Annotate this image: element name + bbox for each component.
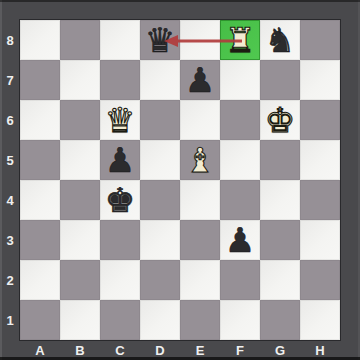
square-e2[interactable]: [180, 260, 220, 300]
square-b6[interactable]: [60, 100, 100, 140]
square-h7[interactable]: [300, 60, 340, 100]
square-h2[interactable]: [300, 260, 340, 300]
file-label-b: B: [60, 340, 100, 360]
square-b4[interactable]: [60, 180, 100, 220]
black-pawn[interactable]: ♟: [225, 220, 255, 260]
square-f5[interactable]: [220, 140, 260, 180]
square-e1[interactable]: [180, 300, 220, 340]
square-d7[interactable]: [140, 60, 180, 100]
square-e3[interactable]: [180, 220, 220, 260]
square-a4[interactable]: [20, 180, 60, 220]
square-c5[interactable]: ♟: [100, 140, 140, 180]
square-b7[interactable]: [60, 60, 100, 100]
square-c8[interactable]: [100, 20, 140, 60]
square-g3[interactable]: [260, 220, 300, 260]
rank-label-3: 3: [0, 220, 20, 260]
square-e6[interactable]: [180, 100, 220, 140]
white-king[interactable]: ♚: [265, 100, 295, 140]
rank-label-1: 1: [0, 300, 20, 340]
white-queen[interactable]: ♛: [105, 100, 135, 140]
rank-label-6: 6: [0, 100, 20, 140]
square-g5[interactable]: [260, 140, 300, 180]
black-knight[interactable]: ♞: [265, 20, 295, 60]
white-bishop[interactable]: ♝: [185, 140, 215, 180]
square-d8[interactable]: ♛: [140, 20, 180, 60]
square-c2[interactable]: [100, 260, 140, 300]
square-c4[interactable]: ♚: [100, 180, 140, 220]
square-a6[interactable]: [20, 100, 60, 140]
white-rook[interactable]: ♜: [225, 20, 255, 60]
square-d3[interactable]: [140, 220, 180, 260]
square-g2[interactable]: [260, 260, 300, 300]
square-f6[interactable]: [220, 100, 260, 140]
square-f3[interactable]: ♟: [220, 220, 260, 260]
file-label-e: E: [180, 340, 220, 360]
file-label-g: G: [260, 340, 300, 360]
black-pawn[interactable]: ♟: [185, 60, 215, 100]
square-g6[interactable]: ♚: [260, 100, 300, 140]
square-f4[interactable]: [220, 180, 260, 220]
chess-board: ♛♜♞♟♛♚♟♝♚♟: [20, 20, 340, 340]
square-h8[interactable]: [300, 20, 340, 60]
square-g1[interactable]: [260, 300, 300, 340]
square-a2[interactable]: [20, 260, 60, 300]
black-pawn[interactable]: ♟: [105, 140, 135, 180]
square-h1[interactable]: [300, 300, 340, 340]
square-d4[interactable]: [140, 180, 180, 220]
square-c1[interactable]: [100, 300, 140, 340]
square-b5[interactable]: [60, 140, 100, 180]
square-a5[interactable]: [20, 140, 60, 180]
square-b2[interactable]: [60, 260, 100, 300]
square-g4[interactable]: [260, 180, 300, 220]
black-queen[interactable]: ♛: [145, 20, 175, 60]
square-h6[interactable]: [300, 100, 340, 140]
square-a7[interactable]: [20, 60, 60, 100]
square-b8[interactable]: [60, 20, 100, 60]
file-label-d: D: [140, 340, 180, 360]
square-d5[interactable]: [140, 140, 180, 180]
square-f1[interactable]: [220, 300, 260, 340]
square-e5[interactable]: ♝: [180, 140, 220, 180]
rank-label-5: 5: [0, 140, 20, 180]
chess-board-frame: ♛♜♞♟♛♚♟♝♚♟ 87654321 ABCDEFGH: [0, 0, 360, 360]
square-e8[interactable]: [180, 20, 220, 60]
rank-label-7: 7: [0, 60, 20, 100]
square-h3[interactable]: [300, 220, 340, 260]
file-label-c: C: [100, 340, 140, 360]
square-c3[interactable]: [100, 220, 140, 260]
square-f7[interactable]: [220, 60, 260, 100]
square-d1[interactable]: [140, 300, 180, 340]
file-label-h: H: [300, 340, 340, 360]
square-g7[interactable]: [260, 60, 300, 100]
square-c6[interactable]: ♛: [100, 100, 140, 140]
file-label-f: F: [220, 340, 260, 360]
square-b1[interactable]: [60, 300, 100, 340]
square-e4[interactable]: [180, 180, 220, 220]
square-g8[interactable]: ♞: [260, 20, 300, 60]
square-f2[interactable]: [220, 260, 260, 300]
square-c7[interactable]: [100, 60, 140, 100]
square-b3[interactable]: [60, 220, 100, 260]
square-e7[interactable]: ♟: [180, 60, 220, 100]
square-d6[interactable]: [140, 100, 180, 140]
square-a1[interactable]: [20, 300, 60, 340]
square-a3[interactable]: [20, 220, 60, 260]
square-d2[interactable]: [140, 260, 180, 300]
black-king[interactable]: ♚: [105, 180, 135, 220]
rank-label-8: 8: [0, 20, 20, 60]
square-h4[interactable]: [300, 180, 340, 220]
square-f8[interactable]: ♜: [220, 20, 260, 60]
file-label-a: A: [20, 340, 60, 360]
square-a8[interactable]: [20, 20, 60, 60]
square-h5[interactable]: [300, 140, 340, 180]
rank-label-2: 2: [0, 260, 20, 300]
rank-label-4: 4: [0, 180, 20, 220]
